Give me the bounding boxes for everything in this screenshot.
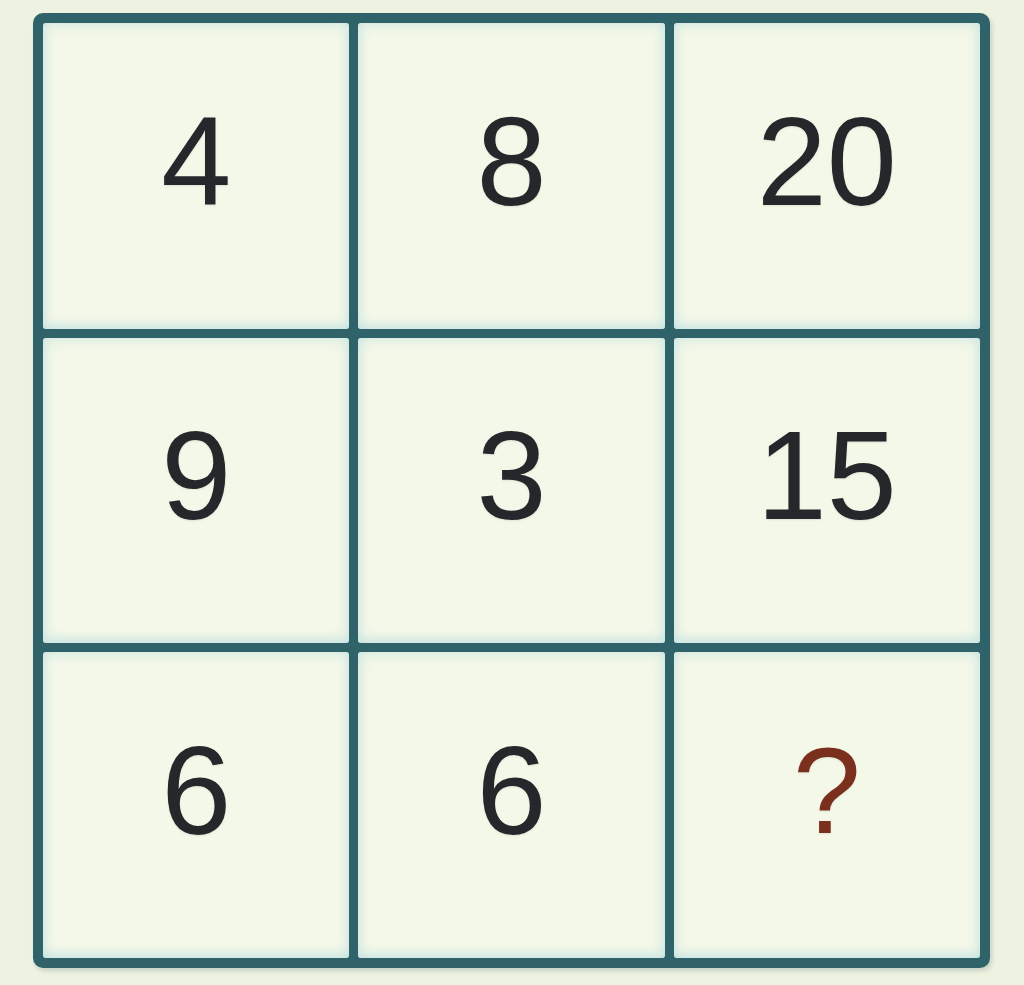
cell-value: 4 [161, 99, 231, 225]
cell-value: 15 [757, 413, 897, 539]
cell-r1c1: 4 [43, 23, 349, 329]
cell-r3c1: 6 [43, 652, 349, 958]
cell-value: 20 [757, 99, 897, 225]
cell-r1c2: 8 [358, 23, 664, 329]
cell-value: 3 [476, 413, 546, 539]
cell-r2c3: 15 [674, 338, 980, 644]
puzzle-image: 4 8 20 9 3 15 6 6 ? [0, 0, 1024, 985]
cell-r3c2: 6 [358, 652, 664, 958]
cell-r1c3: 20 [674, 23, 980, 329]
cell-r2c1: 9 [43, 338, 349, 644]
cell-r3c3-unknown: ? [674, 652, 980, 958]
cell-value: 8 [476, 99, 546, 225]
cell-r2c2: 3 [358, 338, 664, 644]
cell-value: 6 [476, 728, 546, 854]
cell-value: 6 [161, 728, 231, 854]
question-mark: ? [793, 730, 861, 852]
puzzle-board: 4 8 20 9 3 15 6 6 ? [33, 13, 990, 968]
cell-value: 9 [161, 413, 231, 539]
